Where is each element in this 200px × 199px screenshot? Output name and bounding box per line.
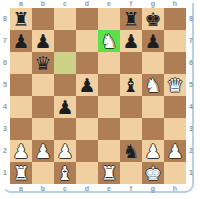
square-d1[interactable]	[76, 162, 98, 184]
square-h2[interactable]: ♟	[164, 140, 186, 162]
square-b5[interactable]	[32, 74, 54, 96]
file-label-bottom-h: h	[164, 184, 186, 194]
square-e5[interactable]	[98, 74, 120, 96]
rank-label-left-6: 6	[0, 52, 10, 74]
square-h1[interactable]	[164, 162, 186, 184]
rank-label-right-4: 4	[185, 96, 197, 118]
rank-label-right-7: 7	[185, 30, 197, 52]
square-b1[interactable]	[32, 162, 54, 184]
square-g1[interactable]: ♚	[142, 162, 164, 184]
square-e1[interactable]: ♜	[98, 162, 120, 184]
square-d5[interactable]: ♟	[76, 74, 98, 96]
file-label-bottom-g: g	[142, 184, 164, 194]
file-label-top-f: f	[120, 0, 142, 8]
file-label-top-a: a	[10, 0, 32, 8]
square-d6[interactable]	[76, 52, 98, 74]
file-labels-top: abcdefgh	[10, 0, 186, 8]
square-c6[interactable]	[54, 52, 76, 74]
piece-black-pawn[interactable]: ♟	[12, 32, 29, 51]
rank-label-right-2: 2	[185, 140, 197, 162]
square-d4[interactable]	[76, 96, 98, 118]
square-f5[interactable]: ♝	[120, 74, 142, 96]
square-d3[interactable]	[76, 118, 98, 140]
square-h8[interactable]	[164, 8, 186, 30]
file-label-top-h: h	[164, 0, 186, 8]
square-g7[interactable]: ♟	[142, 30, 164, 52]
rank-labels-right: 87654321	[185, 8, 197, 184]
square-f8[interactable]: ♜	[120, 8, 142, 30]
square-a1[interactable]: ♜	[10, 162, 32, 184]
square-d2[interactable]	[76, 140, 98, 162]
square-f4[interactable]	[120, 96, 142, 118]
piece-white-pawn[interactable]: ♟	[56, 142, 73, 161]
piece-black-bishop[interactable]: ♝	[122, 76, 139, 95]
square-f6[interactable]	[120, 52, 142, 74]
file-label-bottom-a: a	[10, 184, 32, 194]
file-label-top-d: d	[76, 0, 98, 8]
square-h4[interactable]	[164, 96, 186, 118]
square-b8[interactable]	[32, 8, 54, 30]
piece-black-rook[interactable]: ♜	[122, 10, 139, 29]
rank-label-right-3: 3	[185, 118, 197, 140]
piece-white-queen[interactable]: ♛	[166, 76, 183, 95]
piece-white-pawn[interactable]: ♟	[34, 142, 51, 161]
square-c2[interactable]: ♟	[54, 140, 76, 162]
square-e8[interactable]	[98, 8, 120, 30]
rank-label-left-1: 1	[0, 162, 10, 184]
file-label-top-e: e	[98, 0, 120, 8]
square-c5[interactable]	[54, 74, 76, 96]
piece-white-knight[interactable]: ♞	[144, 76, 161, 95]
piece-white-knight[interactable]: ♞	[100, 32, 117, 51]
piece-black-rook[interactable]: ♜	[12, 10, 29, 29]
square-f2[interactable]: ♞	[120, 140, 142, 162]
piece-black-king[interactable]: ♚	[144, 10, 161, 29]
square-a3[interactable]	[10, 118, 32, 140]
square-b7[interactable]: ♟	[32, 30, 54, 52]
rank-label-left-7: 7	[0, 30, 10, 52]
piece-black-pawn[interactable]: ♟	[122, 32, 139, 51]
square-a2[interactable]: ♟	[10, 140, 32, 162]
file-label-top-g: g	[142, 0, 164, 8]
square-g3[interactable]	[142, 118, 164, 140]
rank-label-left-8: 8	[0, 8, 10, 30]
square-c8[interactable]	[54, 8, 76, 30]
square-a6[interactable]	[10, 52, 32, 74]
rank-labels-left: 87654321	[0, 8, 10, 184]
file-labels-bottom: abcdefgh	[10, 184, 186, 194]
square-c7[interactable]	[54, 30, 76, 52]
square-h3[interactable]	[164, 118, 186, 140]
rank-label-left-4: 4	[0, 96, 10, 118]
square-f3[interactable]	[120, 118, 142, 140]
piece-black-pawn[interactable]: ♟	[34, 32, 51, 51]
square-e6[interactable]	[98, 52, 120, 74]
piece-black-knight[interactable]: ♞	[122, 142, 139, 161]
square-c1[interactable]: ♝	[54, 162, 76, 184]
square-e3[interactable]	[98, 118, 120, 140]
square-b4[interactable]	[32, 96, 54, 118]
chess-board[interactable]: ♜♜♚♟♟♞♟♟♛♟♝♞♛♟♟♟♟♞♟♟♜♝♜♚	[10, 8, 186, 184]
square-c3[interactable]	[54, 118, 76, 140]
square-g4[interactable]	[142, 96, 164, 118]
piece-black-pawn[interactable]: ♟	[56, 98, 73, 117]
square-d7[interactable]	[76, 30, 98, 52]
rank-label-right-8: 8	[185, 8, 197, 30]
piece-white-pawn[interactable]: ♟	[12, 142, 29, 161]
file-label-top-c: c	[54, 0, 76, 8]
file-label-bottom-f: f	[120, 184, 142, 194]
square-h6[interactable]	[164, 52, 186, 74]
rank-label-right-6: 6	[185, 52, 197, 74]
piece-white-pawn[interactable]: ♟	[144, 142, 161, 161]
square-d8[interactable]	[76, 8, 98, 30]
file-label-bottom-d: d	[76, 184, 98, 194]
rank-label-left-5: 5	[0, 74, 10, 96]
piece-black-pawn[interactable]: ♟	[144, 32, 161, 51]
square-g5[interactable]: ♞	[142, 74, 164, 96]
square-a5[interactable]	[10, 74, 32, 96]
file-label-bottom-c: c	[54, 184, 76, 194]
square-b3[interactable]	[32, 118, 54, 140]
square-g2[interactable]: ♟	[142, 140, 164, 162]
square-e7[interactable]: ♞	[98, 30, 120, 52]
piece-white-bishop[interactable]: ♝	[56, 164, 73, 183]
piece-black-queen[interactable]: ♛	[34, 54, 51, 73]
file-label-top-b: b	[32, 0, 54, 8]
square-e4[interactable]	[98, 96, 120, 118]
square-f1[interactable]	[120, 162, 142, 184]
square-a4[interactable]	[10, 96, 32, 118]
square-b6[interactable]: ♛	[32, 52, 54, 74]
square-a8[interactable]: ♜	[10, 8, 32, 30]
piece-white-king[interactable]: ♚	[144, 164, 161, 183]
rank-label-left-3: 3	[0, 118, 10, 140]
square-h5[interactable]: ♛	[164, 74, 186, 96]
square-e2[interactable]	[98, 140, 120, 162]
file-label-bottom-e: e	[98, 184, 120, 194]
square-h7[interactable]	[164, 30, 186, 52]
piece-white-rook[interactable]: ♜	[100, 164, 117, 183]
square-g6[interactable]	[142, 52, 164, 74]
file-label-bottom-b: b	[32, 184, 54, 194]
square-a7[interactable]: ♟	[10, 30, 32, 52]
rank-label-left-2: 2	[0, 140, 10, 162]
rank-label-right-1: 1	[185, 162, 197, 184]
square-c4[interactable]: ♟	[54, 96, 76, 118]
chess-app-screen: abcdefgh 87654321 ♜♜♚♟♟♞♟♟♛♟♝♞♛♟♟♟♟♞♟♟♜♝…	[0, 0, 200, 199]
square-f7[interactable]: ♟	[120, 30, 142, 52]
square-g8[interactable]: ♚	[142, 8, 164, 30]
piece-white-pawn[interactable]: ♟	[166, 142, 183, 161]
rank-label-right-5: 5	[185, 74, 197, 96]
piece-white-rook[interactable]: ♜	[12, 164, 29, 183]
piece-black-pawn[interactable]: ♟	[78, 76, 95, 95]
square-b2[interactable]: ♟	[32, 140, 54, 162]
